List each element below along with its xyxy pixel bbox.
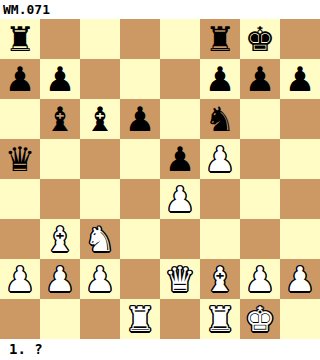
square-b5[interactable] <box>40 139 80 179</box>
square-g1[interactable]: ♚ <box>240 299 280 339</box>
piece-black-king: ♚ <box>245 19 275 59</box>
piece-black-pawn: ♟ <box>205 59 235 99</box>
square-a6[interactable] <box>0 99 40 139</box>
piece-white-queen: ♛ <box>165 259 195 299</box>
square-d6[interactable]: ♟ <box>120 99 160 139</box>
piece-black-pawn: ♟ <box>5 59 35 99</box>
square-c7[interactable] <box>80 59 120 99</box>
square-d7[interactable] <box>120 59 160 99</box>
square-b4[interactable] <box>40 179 80 219</box>
square-f8[interactable]: ♜ <box>200 19 240 59</box>
square-f5[interactable]: ♟ <box>200 139 240 179</box>
square-c2[interactable]: ♟ <box>80 259 120 299</box>
piece-white-bishop: ♝ <box>205 259 235 299</box>
square-b3[interactable]: ♝ <box>40 219 80 259</box>
piece-white-pawn: ♟ <box>165 179 195 219</box>
square-a8[interactable]: ♜ <box>0 19 40 59</box>
square-g3[interactable] <box>240 219 280 259</box>
piece-black-queen: ♛ <box>5 139 35 179</box>
piece-white-pawn: ♟ <box>245 259 275 299</box>
square-b8[interactable] <box>40 19 80 59</box>
square-h2[interactable]: ♟ <box>280 259 320 299</box>
square-a3[interactable] <box>0 219 40 259</box>
square-e5[interactable]: ♟ <box>160 139 200 179</box>
square-h8[interactable] <box>280 19 320 59</box>
piece-black-rook: ♜ <box>205 19 235 59</box>
square-a7[interactable]: ♟ <box>0 59 40 99</box>
square-d8[interactable] <box>120 19 160 59</box>
piece-white-rook: ♜ <box>205 299 235 339</box>
chess-board: ♜♜♚♟♟♟♟♟♝♝♟♞♛♟♟♟♝♞♟♟♟♛♝♟♟♜♜♚ <box>0 19 320 339</box>
square-b7[interactable]: ♟ <box>40 59 80 99</box>
square-e2[interactable]: ♛ <box>160 259 200 299</box>
square-g6[interactable] <box>240 99 280 139</box>
square-c5[interactable] <box>80 139 120 179</box>
square-f6[interactable]: ♞ <box>200 99 240 139</box>
square-a2[interactable]: ♟ <box>0 259 40 299</box>
square-c8[interactable] <box>80 19 120 59</box>
piece-black-knight: ♞ <box>205 99 235 139</box>
piece-white-pawn: ♟ <box>45 259 75 299</box>
square-f1[interactable]: ♜ <box>200 299 240 339</box>
square-b1[interactable] <box>40 299 80 339</box>
square-e7[interactable] <box>160 59 200 99</box>
square-e4[interactable]: ♟ <box>160 179 200 219</box>
square-f3[interactable] <box>200 219 240 259</box>
piece-white-pawn: ♟ <box>205 139 235 179</box>
square-f4[interactable] <box>200 179 240 219</box>
square-g4[interactable] <box>240 179 280 219</box>
square-g5[interactable] <box>240 139 280 179</box>
piece-white-knight: ♞ <box>85 219 115 259</box>
square-e6[interactable] <box>160 99 200 139</box>
square-h3[interactable] <box>280 219 320 259</box>
square-h5[interactable] <box>280 139 320 179</box>
square-h4[interactable] <box>280 179 320 219</box>
square-d5[interactable] <box>120 139 160 179</box>
square-d1[interactable]: ♜ <box>120 299 160 339</box>
square-a4[interactable] <box>0 179 40 219</box>
square-h1[interactable] <box>280 299 320 339</box>
piece-black-bishop: ♝ <box>85 99 115 139</box>
square-g8[interactable]: ♚ <box>240 19 280 59</box>
move-prompt: 1. ? <box>0 339 320 360</box>
piece-black-pawn: ♟ <box>165 139 195 179</box>
square-d4[interactable] <box>120 179 160 219</box>
piece-white-pawn: ♟ <box>85 259 115 299</box>
square-e8[interactable] <box>160 19 200 59</box>
square-c4[interactable] <box>80 179 120 219</box>
square-c1[interactable] <box>80 299 120 339</box>
square-h6[interactable] <box>280 99 320 139</box>
piece-black-pawn: ♟ <box>245 59 275 99</box>
square-f7[interactable]: ♟ <box>200 59 240 99</box>
square-c6[interactable]: ♝ <box>80 99 120 139</box>
square-d3[interactable] <box>120 219 160 259</box>
square-f2[interactable]: ♝ <box>200 259 240 299</box>
square-b6[interactable]: ♝ <box>40 99 80 139</box>
piece-black-pawn: ♟ <box>45 59 75 99</box>
piece-white-pawn: ♟ <box>5 259 35 299</box>
square-c3[interactable]: ♞ <box>80 219 120 259</box>
square-a5[interactable]: ♛ <box>0 139 40 179</box>
square-g2[interactable]: ♟ <box>240 259 280 299</box>
square-g7[interactable]: ♟ <box>240 59 280 99</box>
piece-black-rook: ♜ <box>5 19 35 59</box>
square-d2[interactable] <box>120 259 160 299</box>
square-h7[interactable]: ♟ <box>280 59 320 99</box>
square-e1[interactable] <box>160 299 200 339</box>
square-a1[interactable] <box>0 299 40 339</box>
square-e3[interactable] <box>160 219 200 259</box>
piece-white-king: ♚ <box>245 299 275 339</box>
piece-black-pawn: ♟ <box>285 59 315 99</box>
piece-white-pawn: ♟ <box>285 259 315 299</box>
piece-black-pawn: ♟ <box>125 99 155 139</box>
piece-black-bishop: ♝ <box>45 99 75 139</box>
piece-white-bishop: ♝ <box>45 219 75 259</box>
puzzle-title: WM.071 <box>0 0 320 19</box>
piece-white-rook: ♜ <box>125 299 155 339</box>
square-b2[interactable]: ♟ <box>40 259 80 299</box>
